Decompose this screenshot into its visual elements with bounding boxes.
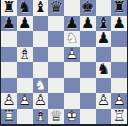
white-pawn[interactable]: ♟♙ (17, 93, 33, 109)
black-pawn[interactable]: ♟ (111, 16, 127, 32)
square-a3[interactable] (1, 78, 17, 94)
square-b7[interactable]: ♟ (17, 16, 33, 32)
piece-glyph: ♙ (33, 93, 49, 109)
square-e8[interactable] (64, 0, 80, 16)
white-bishop[interactable]: ♝♗ (17, 47, 33, 63)
square-f1[interactable] (80, 109, 96, 125)
piece-glyph: ♗ (17, 47, 33, 63)
square-b2[interactable]: ♟♙ (17, 93, 33, 109)
square-g4[interactable]: ♞ (96, 62, 112, 78)
piece-glyph: ♘ (64, 31, 80, 47)
square-a6[interactable] (1, 31, 17, 47)
piece-glyph: ♟ (96, 31, 112, 47)
piece-glyph: ♚ (80, 0, 96, 16)
chess-board: ♜♞♝♛♚♜♟♟♟♟♝♟♞♘♟♝♗♟♙♞♞♘♟♙♟♙♟♙♟♙♟♙♜♖♝♗♛♕♚♔… (0, 0, 128, 126)
piece-glyph: ♟ (17, 16, 33, 32)
piece-glyph: ♟ (1, 16, 17, 32)
square-d4[interactable] (48, 62, 64, 78)
square-d7[interactable] (48, 16, 64, 32)
white-bishop[interactable]: ♝♗ (33, 109, 49, 125)
square-e1[interactable]: ♚♔ (64, 109, 80, 125)
piece-glyph: ♜ (1, 0, 17, 16)
square-f6[interactable] (80, 31, 96, 47)
square-b8[interactable]: ♞ (17, 0, 33, 16)
square-g6[interactable]: ♟ (96, 31, 112, 47)
square-h6[interactable] (111, 31, 127, 47)
square-c1[interactable]: ♝♗ (33, 109, 49, 125)
black-pawn[interactable]: ♟ (1, 16, 17, 32)
piece-glyph: ♖ (1, 109, 17, 125)
piece-glyph: ♞ (96, 62, 112, 78)
black-pawn[interactable]: ♟ (17, 16, 33, 32)
black-knight[interactable]: ♞ (17, 0, 33, 16)
black-queen[interactable]: ♛ (48, 0, 64, 16)
square-b3[interactable] (17, 78, 33, 94)
square-b6[interactable] (17, 31, 33, 47)
square-b1[interactable] (17, 109, 33, 125)
square-f4[interactable] (80, 62, 96, 78)
piece-glyph: ♔ (64, 109, 80, 125)
piece-glyph: ♕ (48, 109, 64, 125)
piece-glyph: ♗ (33, 109, 49, 125)
square-d3[interactable] (48, 78, 64, 94)
square-e3[interactable] (64, 78, 80, 94)
black-pawn[interactable]: ♟ (64, 16, 80, 32)
white-rook[interactable]: ♜♖ (1, 109, 17, 125)
square-a7[interactable]: ♟ (1, 16, 17, 32)
square-c8[interactable]: ♝ (33, 0, 49, 16)
white-knight[interactable]: ♞♘ (33, 78, 49, 94)
piece-glyph: ♖ (111, 109, 127, 125)
piece-glyph: ♜ (111, 0, 127, 16)
square-e2[interactable] (64, 93, 80, 109)
white-pawn[interactable]: ♟♙ (1, 93, 17, 109)
piece-glyph: ♟ (64, 16, 80, 32)
square-c7[interactable] (33, 16, 49, 32)
white-king[interactable]: ♚♔ (64, 109, 80, 125)
square-g3[interactable] (96, 78, 112, 94)
black-rook[interactable]: ♜ (1, 0, 17, 16)
square-e6[interactable]: ♞♘ (64, 31, 80, 47)
square-c3[interactable]: ♞♘ (33, 78, 49, 94)
black-bishop[interactable]: ♝ (96, 16, 112, 32)
square-c6[interactable] (33, 31, 49, 47)
black-pawn[interactable]: ♟ (96, 31, 112, 47)
piece-glyph: ♙ (1, 93, 17, 109)
black-bishop[interactable]: ♝ (33, 0, 49, 16)
square-d5[interactable] (48, 47, 64, 63)
square-d2[interactable] (48, 93, 64, 109)
piece-glyph: ♙ (17, 93, 33, 109)
black-knight[interactable]: ♞ (96, 62, 112, 78)
square-h3[interactable] (111, 78, 127, 94)
square-e5[interactable]: ♟♙ (64, 47, 80, 63)
square-d8[interactable]: ♛ (48, 0, 64, 16)
piece-glyph: ♟ (111, 16, 127, 32)
white-pawn[interactable]: ♟♙ (96, 93, 112, 109)
square-f7[interactable]: ♟ (80, 16, 96, 32)
square-f8[interactable]: ♚ (80, 0, 96, 16)
square-a8[interactable]: ♜ (1, 0, 17, 16)
white-knight[interactable]: ♞♘ (64, 31, 80, 47)
square-f2[interactable] (80, 93, 96, 109)
square-d6[interactable] (48, 31, 64, 47)
piece-glyph: ♘ (33, 78, 49, 94)
white-pawn[interactable]: ♟♙ (33, 93, 49, 109)
square-a2[interactable]: ♟♙ (1, 93, 17, 109)
piece-glyph: ♙ (111, 93, 127, 109)
square-e7[interactable]: ♟ (64, 16, 80, 32)
white-pawn[interactable]: ♟♙ (111, 93, 127, 109)
square-h1[interactable]: ♜♖ (111, 109, 127, 125)
square-f5[interactable] (80, 47, 96, 63)
square-h7[interactable]: ♟ (111, 16, 127, 32)
square-b4[interactable] (17, 62, 33, 78)
piece-glyph: ♝ (96, 16, 112, 32)
square-g1[interactable] (96, 109, 112, 125)
square-c2[interactable]: ♟♙ (33, 93, 49, 109)
square-h8[interactable]: ♜ (111, 0, 127, 16)
white-pawn[interactable]: ♟♙ (64, 47, 80, 63)
black-pawn[interactable]: ♟ (80, 16, 96, 32)
square-c5[interactable] (33, 47, 49, 63)
piece-glyph: ♞ (17, 0, 33, 16)
square-g2[interactable]: ♟♙ (96, 93, 112, 109)
piece-glyph: ♙ (96, 93, 112, 109)
black-rook[interactable]: ♜ (111, 0, 127, 16)
piece-glyph: ♙ (64, 47, 80, 63)
square-d1[interactable]: ♛♕ (48, 109, 64, 125)
square-b5[interactable]: ♝♗ (17, 47, 33, 63)
square-g7[interactable]: ♝ (96, 16, 112, 32)
piece-glyph: ♛ (48, 0, 64, 16)
white-rook[interactable]: ♜♖ (111, 109, 127, 125)
piece-glyph: ♟ (80, 16, 96, 32)
piece-glyph: ♝ (33, 0, 49, 16)
white-queen[interactable]: ♛♕ (48, 109, 64, 125)
square-c4[interactable] (33, 62, 49, 78)
square-a4[interactable] (1, 62, 17, 78)
square-g5[interactable] (96, 47, 112, 63)
square-e4[interactable] (64, 62, 80, 78)
black-king[interactable]: ♚ (80, 0, 96, 16)
square-h5[interactable] (111, 47, 127, 63)
square-h2[interactable]: ♟♙ (111, 93, 127, 109)
square-a5[interactable] (1, 47, 17, 63)
square-f3[interactable] (80, 78, 96, 94)
square-h4[interactable] (111, 62, 127, 78)
square-a1[interactable]: ♜♖ (1, 109, 17, 125)
square-g8[interactable] (96, 0, 112, 16)
